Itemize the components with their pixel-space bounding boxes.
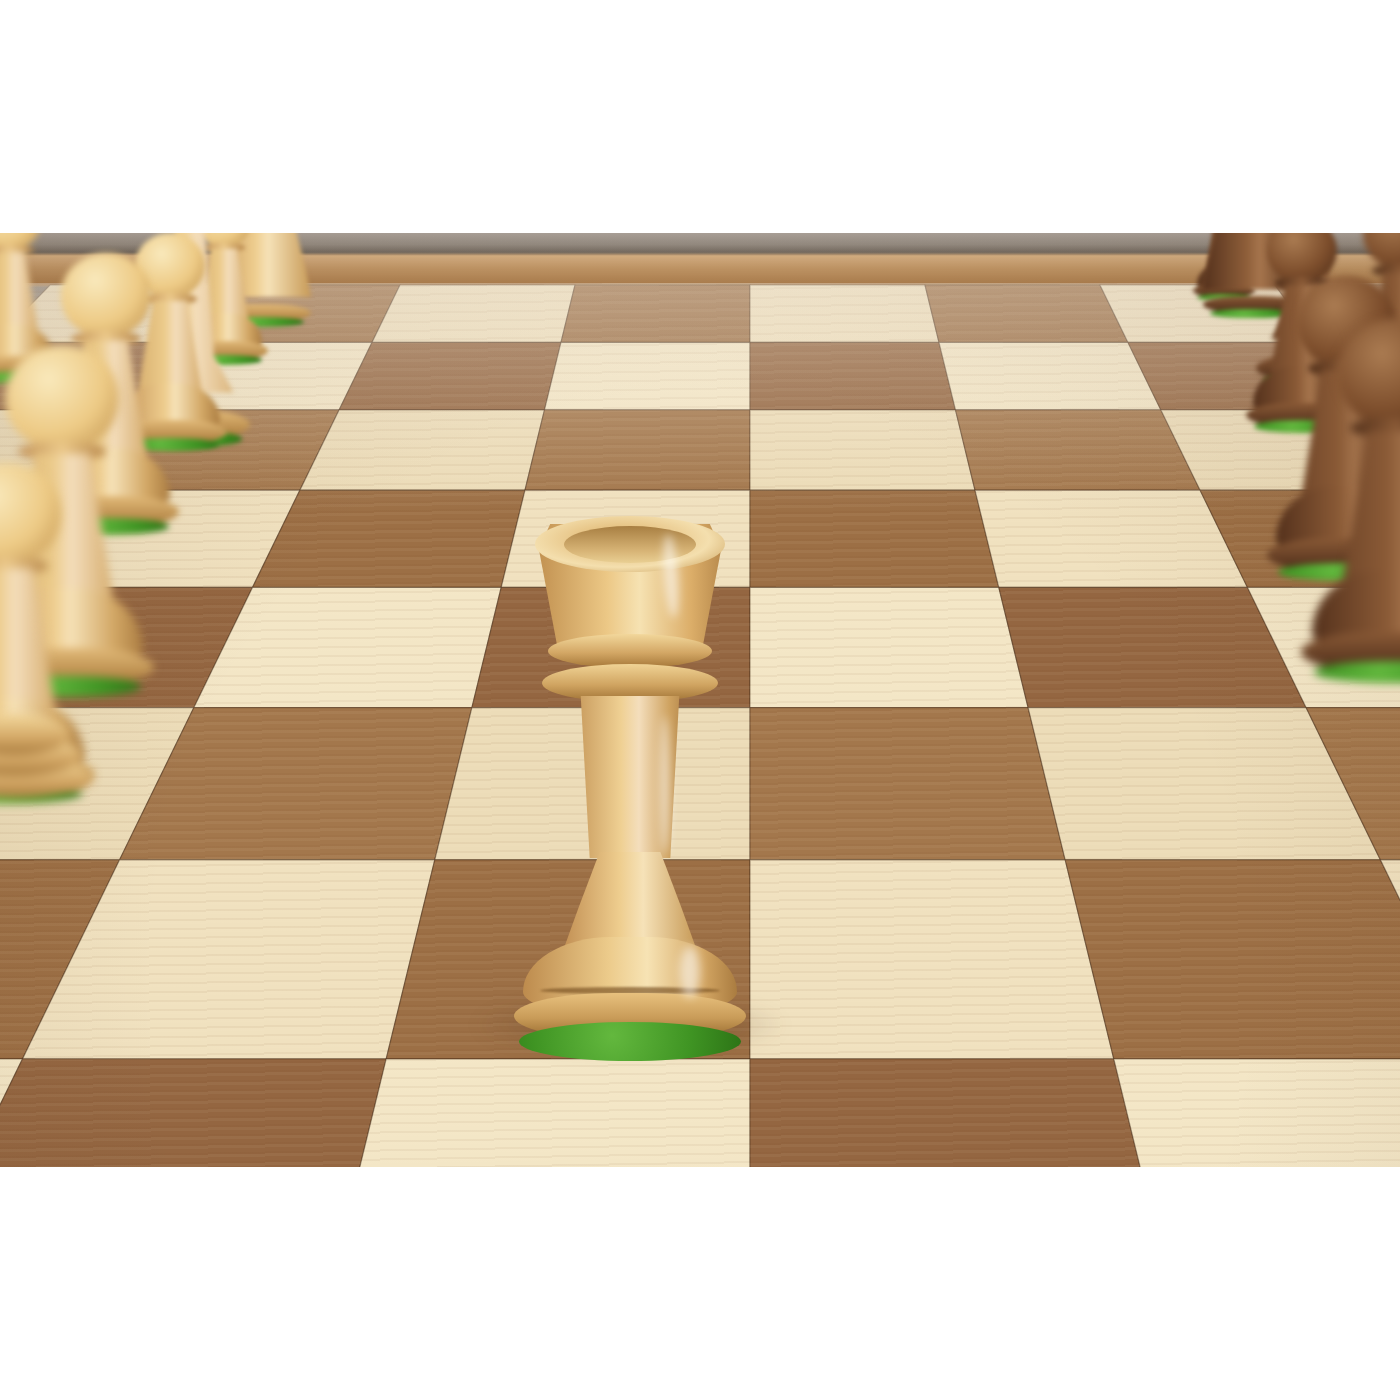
white-rook bbox=[512, 516, 748, 1061]
light-square bbox=[300, 410, 545, 490]
chess-set-photo bbox=[0, 233, 1400, 1167]
dark-square bbox=[750, 1059, 1180, 1167]
dark-square bbox=[1065, 860, 1400, 1059]
dark-square bbox=[339, 342, 561, 410]
light-square bbox=[750, 587, 1028, 707]
dark-square bbox=[750, 342, 956, 410]
bottom-white-band bbox=[0, 1167, 1400, 1400]
dark-square bbox=[750, 490, 999, 587]
white-piece-rings bbox=[0, 709, 92, 829]
dark-square bbox=[925, 285, 1128, 342]
light-square bbox=[750, 285, 939, 342]
rook-felt-base bbox=[519, 1022, 741, 1061]
light-square bbox=[372, 285, 575, 342]
dark-square bbox=[750, 708, 1065, 860]
rook-highlight bbox=[680, 946, 700, 998]
rook-ring bbox=[548, 634, 712, 668]
light-square bbox=[320, 1059, 750, 1167]
dark-square bbox=[525, 410, 750, 490]
dark-square bbox=[0, 1059, 386, 1167]
light-square bbox=[545, 342, 751, 410]
black-pawn bbox=[1301, 318, 1400, 683]
product-photo bbox=[0, 0, 1400, 1400]
light-square bbox=[750, 410, 975, 490]
top-white-band bbox=[0, 0, 1400, 233]
light-square bbox=[750, 860, 1114, 1059]
dark-square bbox=[253, 490, 526, 587]
light-square bbox=[939, 342, 1161, 410]
light-square bbox=[1114, 1059, 1400, 1167]
dark-square bbox=[956, 410, 1201, 490]
dark-square bbox=[561, 285, 750, 342]
rook-highlight bbox=[660, 716, 670, 854]
rook-flare bbox=[564, 852, 696, 948]
